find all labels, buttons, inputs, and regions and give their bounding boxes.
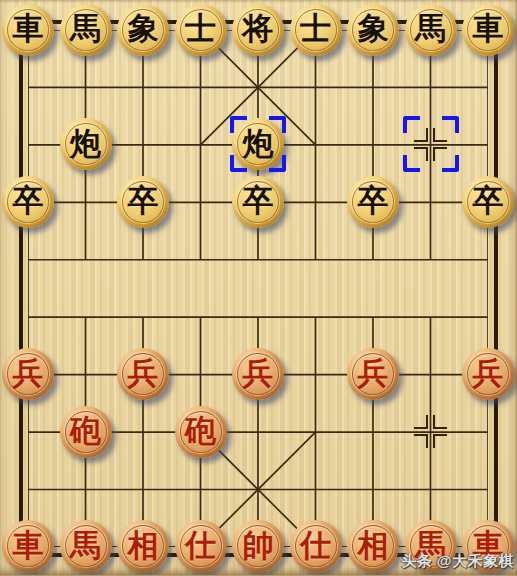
piece-face: 兵 xyxy=(467,353,509,395)
piece-face: 車 xyxy=(7,9,49,51)
piece-face: 兵 xyxy=(352,353,394,395)
piece-red-兵[interactable]: 兵 xyxy=(117,348,169,400)
piece-black-卒[interactable]: 卒 xyxy=(2,176,54,228)
piece-red-馬[interactable]: 馬 xyxy=(60,520,112,572)
piece-glyph: 兵 xyxy=(128,358,159,389)
piece-black-炮[interactable]: 炮 xyxy=(232,118,284,170)
piece-glyph: 仕 xyxy=(185,530,216,561)
piece-glyph: 士 xyxy=(300,13,331,44)
piece-face: 相 xyxy=(122,525,164,567)
piece-face: 卒 xyxy=(122,181,164,223)
piece-black-士[interactable]: 士 xyxy=(175,4,227,56)
piece-black-将[interactable]: 将 xyxy=(232,4,284,56)
piece-face: 帥 xyxy=(237,525,279,567)
piece-face: 象 xyxy=(122,9,164,51)
piece-face: 卒 xyxy=(237,181,279,223)
piece-face: 兵 xyxy=(122,353,164,395)
piece-black-卒[interactable]: 卒 xyxy=(117,176,169,228)
piece-glyph: 馬 xyxy=(70,13,101,44)
piece-face: 炮 xyxy=(237,123,279,165)
piece-glyph: 兵 xyxy=(243,358,274,389)
piece-red-兵[interactable]: 兵 xyxy=(232,348,284,400)
piece-glyph: 相 xyxy=(358,530,389,561)
piece-red-砲[interactable]: 砲 xyxy=(60,406,112,458)
piece-black-象[interactable]: 象 xyxy=(117,4,169,56)
piece-glyph: 卒 xyxy=(473,185,504,216)
piece-red-帥[interactable]: 帥 xyxy=(232,520,284,572)
piece-face: 馬 xyxy=(410,9,452,51)
piece-red-相[interactable]: 相 xyxy=(117,520,169,572)
piece-glyph: 士 xyxy=(185,13,216,44)
piece-glyph: 卒 xyxy=(128,185,159,216)
piece-face: 士 xyxy=(295,9,337,51)
piece-red-兵[interactable]: 兵 xyxy=(2,348,54,400)
piece-black-象[interactable]: 象 xyxy=(347,4,399,56)
piece-glyph: 兵 xyxy=(473,358,504,389)
piece-glyph: 相 xyxy=(128,530,159,561)
piece-face: 兵 xyxy=(237,353,279,395)
piece-red-車[interactable]: 車 xyxy=(2,520,54,572)
piece-face: 相 xyxy=(352,525,394,567)
piece-glyph: 炮 xyxy=(243,128,274,159)
piece-face: 仕 xyxy=(180,525,222,567)
piece-glyph: 兵 xyxy=(13,358,44,389)
piece-face: 卒 xyxy=(467,181,509,223)
piece-face: 兵 xyxy=(7,353,49,395)
piece-glyph: 車 xyxy=(473,13,504,44)
piece-face: 炮 xyxy=(65,123,107,165)
piece-face: 士 xyxy=(180,9,222,51)
piece-black-馬[interactable]: 馬 xyxy=(405,4,457,56)
watermark: 头条 @大禾象棋 xyxy=(401,552,514,571)
piece-red-仕[interactable]: 仕 xyxy=(290,520,342,572)
piece-face: 車 xyxy=(7,525,49,567)
piece-face: 卒 xyxy=(7,181,49,223)
board-grid xyxy=(28,30,488,547)
piece-glyph: 車 xyxy=(13,530,44,561)
piece-face: 将 xyxy=(237,9,279,51)
piece-red-砲[interactable]: 砲 xyxy=(175,406,227,458)
piece-black-卒[interactable]: 卒 xyxy=(462,176,514,228)
piece-black-車[interactable]: 車 xyxy=(2,4,54,56)
piece-glyph: 砲 xyxy=(70,415,101,446)
piece-red-仕[interactable]: 仕 xyxy=(175,520,227,572)
piece-red-兵[interactable]: 兵 xyxy=(462,348,514,400)
piece-glyph: 象 xyxy=(358,13,389,44)
piece-black-卒[interactable]: 卒 xyxy=(232,176,284,228)
piece-face: 卒 xyxy=(352,181,394,223)
piece-face: 車 xyxy=(467,9,509,51)
piece-red-兵[interactable]: 兵 xyxy=(347,348,399,400)
piece-glyph: 砲 xyxy=(185,415,216,446)
piece-glyph: 象 xyxy=(128,13,159,44)
piece-glyph: 卒 xyxy=(13,185,44,216)
piece-black-炮[interactable]: 炮 xyxy=(60,118,112,170)
piece-glyph: 炮 xyxy=(70,128,101,159)
piece-glyph: 兵 xyxy=(358,358,389,389)
piece-glyph: 卒 xyxy=(243,185,274,216)
piece-glyph: 馬 xyxy=(70,530,101,561)
piece-glyph: 車 xyxy=(13,13,44,44)
piece-black-卒[interactable]: 卒 xyxy=(347,176,399,228)
piece-face: 砲 xyxy=(65,411,107,453)
piece-glyph: 卒 xyxy=(358,185,389,216)
piece-face: 仕 xyxy=(295,525,337,567)
piece-black-車[interactable]: 車 xyxy=(462,4,514,56)
piece-glyph: 仕 xyxy=(300,530,331,561)
piece-red-相[interactable]: 相 xyxy=(347,520,399,572)
piece-black-士[interactable]: 士 xyxy=(290,4,342,56)
piece-face: 馬 xyxy=(65,9,107,51)
piece-glyph: 帥 xyxy=(243,530,274,561)
piece-face: 馬 xyxy=(65,525,107,567)
piece-face: 象 xyxy=(352,9,394,51)
xiangqi-board[interactable]: 車馬象士将士象馬車炮炮卒卒卒卒卒兵兵兵兵兵砲砲車馬相仕帥仕相馬車 头条 @大禾象… xyxy=(0,0,517,576)
piece-face: 砲 xyxy=(180,411,222,453)
piece-black-馬[interactable]: 馬 xyxy=(60,4,112,56)
piece-glyph: 将 xyxy=(243,13,274,44)
piece-glyph: 馬 xyxy=(415,13,446,44)
